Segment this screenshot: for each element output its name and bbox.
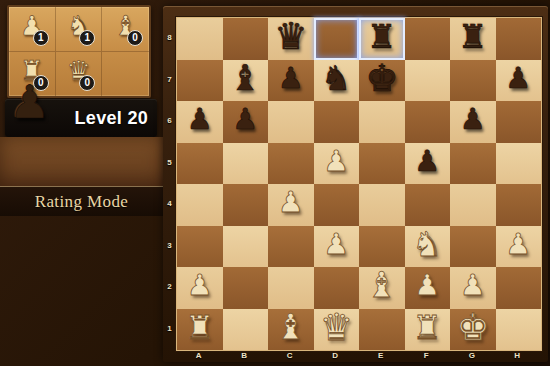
square-b8[interactable] [223,18,269,60]
white-king[interactable]: ♚ [450,309,496,351]
white-pawn[interactable]: ♟ [314,226,360,268]
white-pawn[interactable]: ♟ [450,267,496,309]
rank-label-1: 1 [164,308,175,350]
black-bishop[interactable]: ♝ [223,60,269,102]
rank-label-3: 3 [164,225,175,267]
square-a1[interactable]: ♜ [177,309,223,351]
square-h3[interactable]: ♟ [496,226,542,268]
square-f2[interactable]: ♟ [405,267,451,309]
black-pawn[interactable]: ♟ [268,60,314,102]
square-a2[interactable]: ♟ [177,267,223,309]
square-a7[interactable] [177,60,223,102]
square-a6[interactable]: ♟ [177,101,223,143]
file-label-d: D [313,349,359,361]
square-e6[interactable] [359,101,405,143]
file-label-h: H [495,349,541,361]
black-pawn[interactable]: ♟ [405,143,451,185]
sidebar: ♟1♞1♝0♜0♛0 Level 20 ♟ Rating Mode [0,0,163,366]
white-bishop[interactable]: ♝ [268,309,314,351]
square-g5[interactable] [450,143,496,185]
white-rook[interactable]: ♜ [405,309,451,351]
square-g8[interactable]: ♜ [450,18,496,60]
file-labels: ABCDEFGH [176,349,540,361]
square-e1[interactable] [359,309,405,351]
square-e4[interactable] [359,184,405,226]
square-f8[interactable] [405,18,451,60]
square-c4[interactable]: ♟ [268,184,314,226]
tray-cell-white-knight: ♞1 [56,7,103,52]
square-b2[interactable] [223,267,269,309]
square-a4[interactable] [177,184,223,226]
rank-label-2: 2 [164,266,175,308]
square-f1[interactable]: ♜ [405,309,451,351]
black-rook[interactable]: ♜ [450,18,496,60]
square-h2[interactable] [496,267,542,309]
square-c5[interactable] [268,143,314,185]
black-pawn-icon: ♟ [9,79,50,125]
square-d2[interactable] [314,267,360,309]
square-e8[interactable]: ♜ [359,18,405,60]
square-d4[interactable] [314,184,360,226]
file-label-g: G [449,349,495,361]
rank-label-8: 8 [164,17,175,59]
square-b3[interactable] [223,226,269,268]
tray-cell-white-pawn: ♟1 [9,7,56,52]
rank-labels: 87654321 [164,17,175,349]
black-pawn[interactable]: ♟ [177,101,223,143]
square-f4[interactable] [405,184,451,226]
square-c7[interactable]: ♟ [268,60,314,102]
chess-board[interactable]: ♛♜♜♝♟♞♚♟♟♟♟♟♟♟♟♞♟♟♝♟♟♜♝♛♜♚ [176,17,542,351]
square-g4[interactable] [450,184,496,226]
white-queen[interactable]: ♛ [314,309,360,351]
square-e7[interactable]: ♚ [359,60,405,102]
black-pawn[interactable]: ♟ [450,101,496,143]
file-label-c: C [267,349,313,361]
square-g1[interactable]: ♚ [450,309,496,351]
square-h4[interactable] [496,184,542,226]
white-pawn[interactable]: ♟ [405,267,451,309]
square-b4[interactable] [223,184,269,226]
rank-label-4: 4 [164,183,175,225]
square-f6[interactable] [405,101,451,143]
black-king[interactable]: ♚ [359,60,405,102]
square-d6[interactable] [314,101,360,143]
file-label-e: E [358,349,404,361]
square-f7[interactable] [405,60,451,102]
square-d7[interactable]: ♞ [314,60,360,102]
square-g2[interactable]: ♟ [450,267,496,309]
square-g6[interactable]: ♟ [450,101,496,143]
tray-cell-white-bishop: ♝0 [102,7,149,52]
tray-cell-white-queen: ♛0 [56,52,103,97]
white-pawn[interactable]: ♟ [314,143,360,185]
square-d8[interactable] [314,18,360,60]
black-pawn[interactable]: ♟ [496,60,542,102]
square-d5[interactable]: ♟ [314,143,360,185]
square-c1[interactable]: ♝ [268,309,314,351]
square-b5[interactable] [223,143,269,185]
square-h6[interactable] [496,101,542,143]
black-knight[interactable]: ♞ [314,60,360,102]
black-pawn[interactable]: ♟ [223,101,269,143]
rank-label-5: 5 [164,142,175,184]
square-g3[interactable] [450,226,496,268]
file-label-a: A [176,349,222,361]
captured-count-white-bishop: 0 [127,30,143,46]
square-c6[interactable] [268,101,314,143]
square-h7[interactable]: ♟ [496,60,542,102]
square-h1[interactable] [496,309,542,351]
white-bishop[interactable]: ♝ [359,267,405,309]
white-pawn[interactable]: ♟ [177,267,223,309]
square-b1[interactable] [223,309,269,351]
square-e5[interactable] [359,143,405,185]
square-f3[interactable]: ♞ [405,226,451,268]
file-label-b: B [222,349,268,361]
square-d1[interactable]: ♛ [314,309,360,351]
square-b6[interactable]: ♟ [223,101,269,143]
square-c8[interactable]: ♛ [268,18,314,60]
square-a8[interactable] [177,18,223,60]
black-queen[interactable]: ♛ [268,18,314,60]
square-d3[interactable]: ♟ [314,226,360,268]
file-label-f: F [404,349,450,361]
square-g7[interactable] [450,60,496,102]
level-label: Level 20 [75,99,148,137]
rank-label-7: 7 [164,59,175,101]
rating-mode-strip: Rating Mode [0,187,163,216]
black-rook[interactable]: ♜ [359,18,405,60]
square-e2[interactable]: ♝ [359,267,405,309]
captured-count-white-queen: 0 [79,75,95,91]
white-pawn[interactable]: ♟ [496,226,542,268]
rating-mode-label: Rating Mode [35,192,129,212]
square-c2[interactable] [268,267,314,309]
square-c3[interactable] [268,226,314,268]
square-a5[interactable] [177,143,223,185]
square-b7[interactable]: ♝ [223,60,269,102]
square-h8[interactable] [496,18,542,60]
chess-app-window: ♟1♞1♝0♜0♛0 Level 20 ♟ Rating Mode 876543… [0,0,550,366]
white-knight[interactable]: ♞ [405,226,451,268]
tray-cell-empty [102,52,149,97]
white-pawn[interactable]: ♟ [268,184,314,226]
captured-count-white-pawn: 1 [33,30,49,46]
square-a3[interactable] [177,226,223,268]
board-frame: 87654321 ♛♜♜♝♟♞♚♟♟♟♟♟♟♟♟♞♟♟♝♟♟♜♝♛♜♚ ABCD… [163,6,548,362]
rank-label-6: 6 [164,100,175,142]
square-f5[interactable]: ♟ [405,143,451,185]
captured-count-white-knight: 1 [79,30,95,46]
square-h5[interactable] [496,143,542,185]
sidebar-wood-panel [0,137,163,186]
square-e3[interactable] [359,226,405,268]
white-rook[interactable]: ♜ [177,309,223,351]
